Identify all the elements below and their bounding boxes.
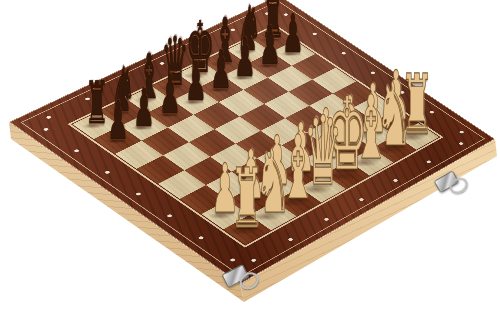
piece-white-rook-a1[interactable]: ♜ xyxy=(230,157,264,239)
pieces-layer: ♜♞♝♛♚♝♞♜♟♟♟♟♟♟♟♟♟♟♟♟♟♟♟♟♜♞♝♛♚♝♞♜ xyxy=(0,0,500,318)
piece-black-pawn-e7[interactable]: ♟ xyxy=(210,43,232,96)
piece-black-pawn-b7[interactable]: ♟ xyxy=(133,81,155,134)
piece-black-pawn-g7[interactable]: ♟ xyxy=(259,19,281,72)
piece-black-pawn-h7[interactable]: ♟ xyxy=(282,7,304,60)
piece-black-rook-a8[interactable]: ♜ xyxy=(85,75,109,133)
piece-black-pawn-c7[interactable]: ♟ xyxy=(159,68,181,121)
piece-black-pawn-d7[interactable]: ♟ xyxy=(185,56,207,109)
piece-black-pawn-a7[interactable]: ♟ xyxy=(107,94,129,147)
chess-set-photo: ♜♞♝♛♚♝♞♜♟♟♟♟♟♟♟♟♟♟♟♟♟♟♟♟♜♞♝♛♚♝♞♜ xyxy=(0,0,500,318)
piece-black-pawn-f7[interactable]: ♟ xyxy=(234,31,256,84)
